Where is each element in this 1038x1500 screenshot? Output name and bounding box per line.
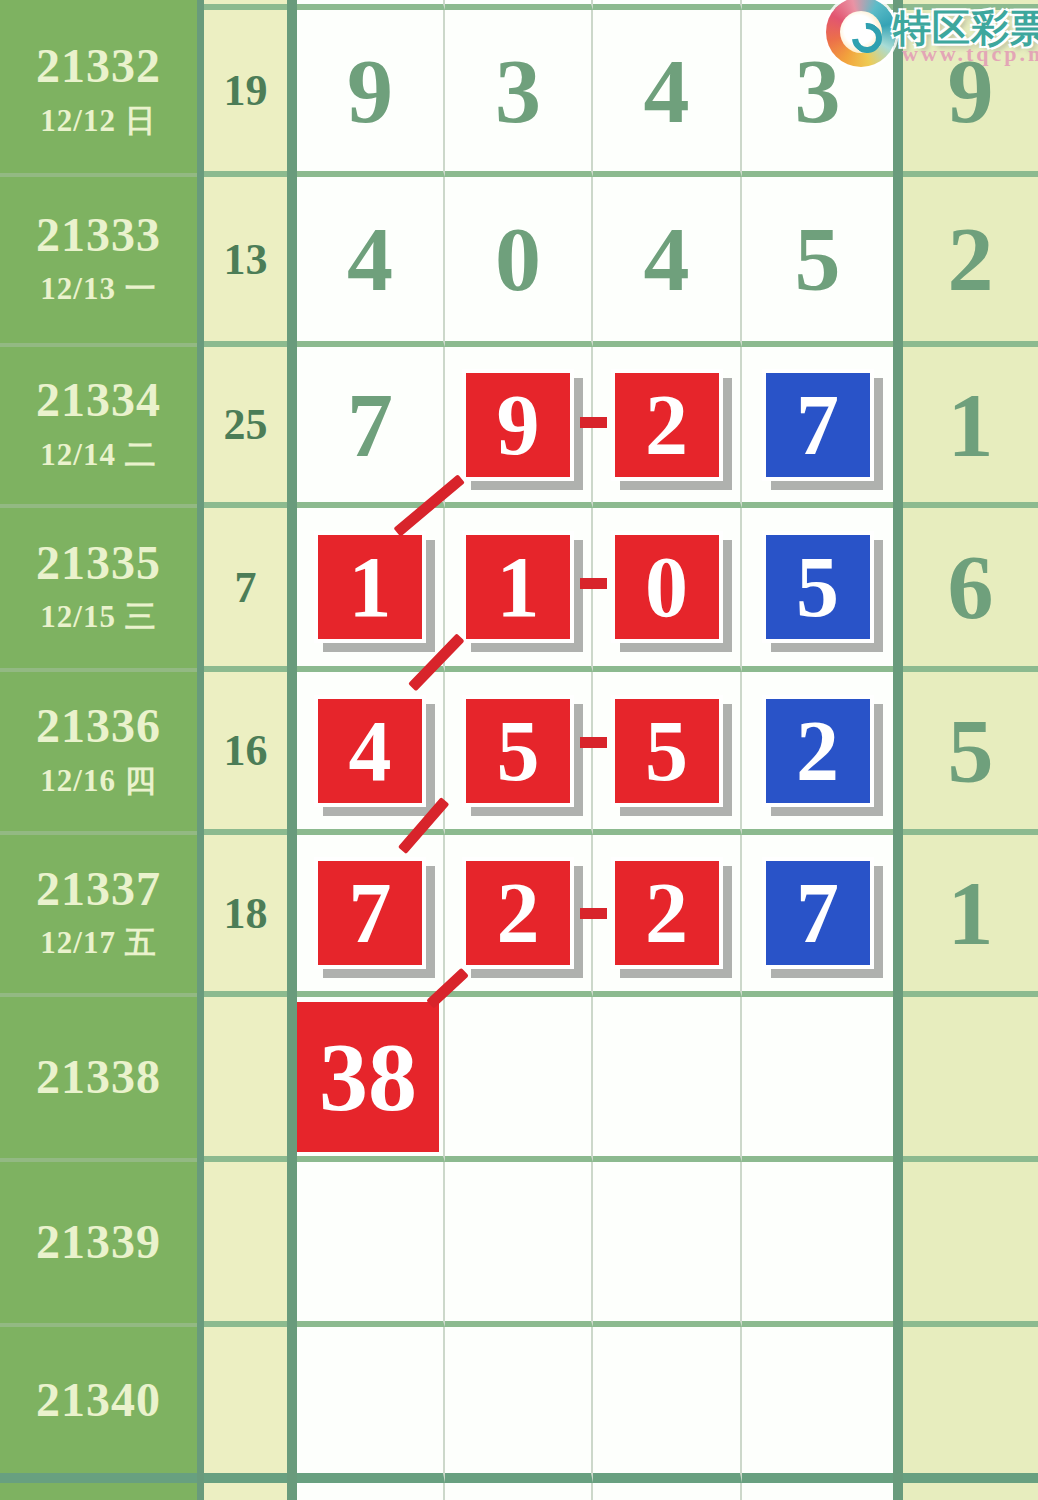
digit-cell: 7 [297, 347, 445, 508]
sum-value: 13 [224, 234, 268, 285]
draw-number: 21334 [36, 375, 161, 425]
digit-cell [445, 1162, 593, 1327]
right-digit-cell: 1 [903, 347, 1038, 508]
marked-red-box: 7 [314, 857, 426, 969]
marked-red-box: 9 [462, 369, 574, 481]
sum-cell [204, 0, 287, 10]
digit-cell [742, 1327, 893, 1483]
digit-cell [445, 997, 593, 1162]
digit-cell: 5 [742, 508, 893, 672]
digit-cell: 9 [297, 10, 445, 177]
sum-value: 7 [235, 562, 257, 613]
right-digit-cell [903, 997, 1038, 1162]
digit-cell: 0 [445, 177, 593, 347]
digit-cell [742, 997, 893, 1162]
draw-cell: 21338 [0, 997, 197, 1162]
marked-red-box: 2 [611, 369, 723, 481]
sum-value: 25 [224, 399, 268, 450]
digit-cell: 4 [593, 177, 742, 347]
right-digit-cell: 1 [903, 835, 1038, 997]
vertical-border [197, 0, 204, 1500]
digit-cell: 5 [742, 177, 893, 347]
digit-cell [445, 0, 593, 10]
sum-cell: 7 [204, 508, 287, 672]
marked-red-box: 1 [314, 531, 426, 643]
digit-cell: 3 [742, 10, 893, 177]
draw-cell: 21337 12/17 五 [0, 835, 197, 997]
digit-cell: 3 [445, 10, 593, 177]
right-digit-cell: 9 [903, 10, 1038, 177]
digit-cell: 0 [593, 508, 742, 672]
digit-cell [742, 0, 893, 10]
digit-cell [742, 1162, 893, 1327]
digit-cell [297, 1162, 445, 1327]
draw-cell: 21334 12/14 二 [0, 347, 197, 508]
marked-red-box: 5 [611, 695, 723, 807]
sum-38-box: 38 [297, 1002, 439, 1152]
draw-cell: 21333 12/13 一 [0, 177, 197, 347]
draw-cell: 21332 12/12 日 [0, 10, 197, 177]
digit-cell: 2 [593, 347, 742, 508]
sum-cell: 19 [204, 10, 287, 177]
digit-cell: 4 [297, 177, 445, 347]
digit-cell: 2 [445, 835, 593, 997]
right-digit-cell: 2 [903, 177, 1038, 347]
digit-cell: 38 [297, 997, 445, 1162]
marked-blue-box: 5 [762, 531, 874, 643]
digit-cell: 7 [297, 835, 445, 997]
draw-number: 21335 [36, 538, 161, 588]
marked-blue-box: 7 [762, 369, 874, 481]
draw-number: 21332 [36, 41, 161, 91]
draw-date: 12/15 三 [40, 596, 156, 638]
right-digit-cell [903, 1162, 1038, 1327]
sum-cell: 16 [204, 672, 287, 835]
digit-cell: 1 [297, 508, 445, 672]
lottery-trend-chart: 21332 12/12 日 19 9 3 4 3 9 21333 12/13 一… [0, 0, 1038, 1500]
digit-cell: 5 [445, 672, 593, 835]
right-digit-cell [903, 1327, 1038, 1483]
right-digit-cell: 5 [903, 672, 1038, 835]
draw-number: 21337 [36, 864, 161, 914]
sum-cell [204, 1327, 287, 1483]
draw-cell: 21339 [0, 1162, 197, 1327]
digit-cell: 4 [297, 672, 445, 835]
sum-cell: 13 [204, 177, 287, 347]
draw-date: 12/16 四 [40, 760, 156, 802]
draw-cell: 21336 12/16 四 [0, 672, 197, 835]
sum-value: 19 [224, 65, 268, 116]
draw-cell: 21340 [0, 1327, 197, 1483]
sum-value: 16 [224, 725, 268, 776]
sum-value: 18 [224, 888, 268, 939]
sum-cell [204, 1483, 287, 1500]
digit-cell: 2 [742, 672, 893, 835]
digit-cell: 4 [593, 10, 742, 177]
marked-red-box: 1 [462, 531, 574, 643]
draw-number: 21340 [36, 1375, 161, 1425]
sum-cell: 18 [204, 835, 287, 997]
draw-date: 12/17 五 [40, 922, 156, 964]
digit-cell: 7 [742, 835, 893, 997]
sum-cell [204, 1162, 287, 1327]
sum-cell [204, 997, 287, 1162]
digit-cell: 2 [593, 835, 742, 997]
draw-date: 12/13 一 [40, 268, 156, 310]
digit-cell [297, 1483, 445, 1500]
digit-cell [445, 1483, 593, 1500]
digit-cell [593, 0, 742, 10]
right-digit-cell [903, 0, 1038, 10]
digit-cell [297, 0, 445, 10]
digit-cell [445, 1327, 593, 1483]
marked-red-box: 5 [462, 695, 574, 807]
draw-number: 21339 [36, 1217, 161, 1267]
marked-red-box: 2 [611, 857, 723, 969]
digit-cell [297, 1327, 445, 1483]
draw-cell: 21335 12/15 三 [0, 508, 197, 672]
digit-cell [593, 1483, 742, 1500]
draw-date: 12/12 日 [40, 100, 156, 142]
draw-number: 21333 [36, 210, 161, 260]
draw-date: 12/14 二 [40, 434, 156, 476]
digit-cell: 7 [742, 347, 893, 508]
vertical-border [287, 0, 297, 1500]
marked-red-box: 0 [611, 531, 723, 643]
row-label-cell [0, 1483, 197, 1500]
digit-cell [593, 997, 742, 1162]
marked-blue-box: 7 [762, 857, 874, 969]
digit-cell: 1 [445, 508, 593, 672]
draw-number: 21336 [36, 701, 161, 751]
row-label-cell [0, 0, 197, 10]
marked-red-box: 4 [314, 695, 426, 807]
right-digit-cell [903, 1483, 1038, 1500]
digit-cell: 5 [593, 672, 742, 835]
sum-cell: 25 [204, 347, 287, 508]
draw-number: 21338 [36, 1052, 161, 1102]
digit-cell [593, 1162, 742, 1327]
marked-blue-box: 2 [762, 695, 874, 807]
digit-cell [593, 1327, 742, 1483]
right-digit-cell: 6 [903, 508, 1038, 672]
marked-red-box: 2 [462, 857, 574, 969]
vertical-border [893, 0, 903, 1500]
digit-cell: 9 [445, 347, 593, 508]
digit-cell [742, 1483, 893, 1500]
